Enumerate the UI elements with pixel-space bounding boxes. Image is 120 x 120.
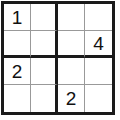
cell-r1c4[interactable] — [85, 4, 112, 31]
cell-r2c1[interactable] — [4, 31, 31, 58]
cell-r3c1[interactable]: 2 — [4, 58, 31, 85]
cell-r4c2[interactable] — [31, 85, 58, 112]
cell-r1c2[interactable] — [31, 4, 58, 31]
given-digit: 2 — [12, 62, 23, 81]
given-digit: 2 — [66, 89, 77, 108]
cell-r4c4[interactable] — [85, 85, 112, 112]
given-digit: 4 — [93, 34, 104, 53]
cell-r2c3[interactable] — [58, 31, 85, 58]
cell-r3c4[interactable] — [85, 58, 112, 85]
cell-r4c3[interactable]: 2 — [58, 85, 85, 112]
cell-r1c1[interactable]: 1 — [4, 4, 31, 31]
cell-r3c3[interactable] — [58, 58, 85, 85]
sudoku-board: 1422 — [1, 1, 115, 115]
sudoku-page: 1422 — [0, 0, 120, 120]
cell-r1c3[interactable] — [58, 4, 85, 31]
cell-r2c4[interactable]: 4 — [85, 31, 112, 58]
cell-r2c2[interactable] — [31, 31, 58, 58]
cell-r4c1[interactable] — [4, 85, 31, 112]
given-digit: 1 — [12, 8, 23, 27]
cell-r3c2[interactable] — [31, 58, 58, 85]
